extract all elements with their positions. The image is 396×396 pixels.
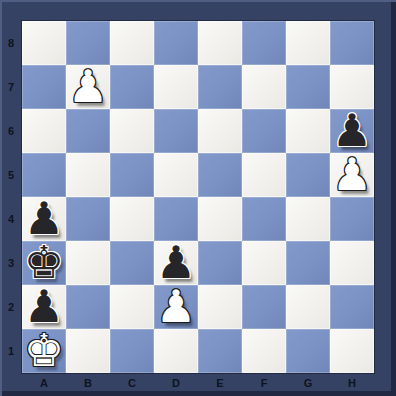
white-pawn[interactable]: ♟: [68, 65, 108, 109]
square-d6[interactable]: [154, 109, 198, 153]
square-f6[interactable]: [242, 109, 286, 153]
square-b3[interactable]: [66, 241, 110, 285]
rank-label-1: 1: [0, 329, 22, 373]
square-f1[interactable]: [242, 329, 286, 373]
square-b2[interactable]: [66, 285, 110, 329]
square-c7[interactable]: [110, 65, 154, 109]
square-b7[interactable]: ♟: [66, 65, 110, 109]
square-c2[interactable]: [110, 285, 154, 329]
rank-label-8: 8: [0, 21, 22, 65]
file-label-h: H: [330, 373, 374, 396]
square-h4[interactable]: [330, 197, 374, 241]
square-f7[interactable]: [242, 65, 286, 109]
square-c5[interactable]: [110, 153, 154, 197]
square-c1[interactable]: [110, 329, 154, 373]
square-e7[interactable]: [198, 65, 242, 109]
square-c8[interactable]: [110, 21, 154, 65]
square-h6[interactable]: ♟: [330, 109, 374, 153]
square-b4[interactable]: [66, 197, 110, 241]
square-b5[interactable]: [66, 153, 110, 197]
square-f5[interactable]: [242, 153, 286, 197]
square-e1[interactable]: [198, 329, 242, 373]
rank-coordinates: 87654321: [0, 21, 22, 373]
square-g5[interactable]: [286, 153, 330, 197]
square-e6[interactable]: [198, 109, 242, 153]
rank-label-6: 6: [0, 109, 22, 153]
square-g4[interactable]: [286, 197, 330, 241]
rank-label-4: 4: [0, 197, 22, 241]
rank-label-7: 7: [0, 65, 22, 109]
square-g8[interactable]: [286, 21, 330, 65]
square-a8[interactable]: [22, 21, 66, 65]
rank-label-5: 5: [0, 153, 22, 197]
square-h8[interactable]: [330, 21, 374, 65]
square-d5[interactable]: [154, 153, 198, 197]
rank-label-2: 2: [0, 285, 22, 329]
square-a7[interactable]: [22, 65, 66, 109]
square-g6[interactable]: [286, 109, 330, 153]
square-b8[interactable]: [66, 21, 110, 65]
black-pawn[interactable]: ♟: [24, 197, 64, 241]
square-e3[interactable]: [198, 241, 242, 285]
white-king[interactable]: ♚: [24, 329, 64, 373]
square-d1[interactable]: [154, 329, 198, 373]
square-h7[interactable]: [330, 65, 374, 109]
square-a5[interactable]: [22, 153, 66, 197]
file-label-e: E: [198, 373, 242, 396]
square-e5[interactable]: [198, 153, 242, 197]
square-g2[interactable]: [286, 285, 330, 329]
square-c4[interactable]: [110, 197, 154, 241]
square-d8[interactable]: [154, 21, 198, 65]
file-label-d: D: [154, 373, 198, 396]
board-frame: 87654321 ♟♟♟♟♚♟♟♟♚ ABCDEFGH: [0, 0, 396, 396]
square-a1[interactable]: ♚: [22, 329, 66, 373]
square-d2[interactable]: ♟: [154, 285, 198, 329]
file-label-c: C: [110, 373, 154, 396]
square-b1[interactable]: [66, 329, 110, 373]
square-f8[interactable]: [242, 21, 286, 65]
chess-board[interactable]: ♟♟♟♟♚♟♟♟♚: [22, 21, 374, 373]
square-h2[interactable]: [330, 285, 374, 329]
square-a3[interactable]: ♚: [22, 241, 66, 285]
file-coordinates: ABCDEFGH: [22, 373, 374, 396]
black-pawn[interactable]: ♟: [24, 285, 64, 329]
square-a6[interactable]: [22, 109, 66, 153]
square-d4[interactable]: [154, 197, 198, 241]
square-c6[interactable]: [110, 109, 154, 153]
black-pawn[interactable]: ♟: [156, 241, 196, 285]
square-f4[interactable]: [242, 197, 286, 241]
white-pawn[interactable]: ♟: [332, 153, 372, 197]
square-h5[interactable]: ♟: [330, 153, 374, 197]
square-a2[interactable]: ♟: [22, 285, 66, 329]
file-label-b: B: [66, 373, 110, 396]
square-e4[interactable]: [198, 197, 242, 241]
black-king[interactable]: ♚: [24, 241, 64, 285]
square-d3[interactable]: ♟: [154, 241, 198, 285]
square-g1[interactable]: [286, 329, 330, 373]
square-g3[interactable]: [286, 241, 330, 285]
square-h1[interactable]: [330, 329, 374, 373]
square-b6[interactable]: [66, 109, 110, 153]
square-e2[interactable]: [198, 285, 242, 329]
square-f3[interactable]: [242, 241, 286, 285]
square-e8[interactable]: [198, 21, 242, 65]
square-d7[interactable]: [154, 65, 198, 109]
black-pawn[interactable]: ♟: [332, 109, 372, 153]
square-a4[interactable]: ♟: [22, 197, 66, 241]
rank-label-3: 3: [0, 241, 22, 285]
square-f2[interactable]: [242, 285, 286, 329]
square-c3[interactable]: [110, 241, 154, 285]
square-g7[interactable]: [286, 65, 330, 109]
file-label-f: F: [242, 373, 286, 396]
white-pawn[interactable]: ♟: [156, 285, 196, 329]
file-label-g: G: [286, 373, 330, 396]
square-h3[interactable]: [330, 241, 374, 285]
